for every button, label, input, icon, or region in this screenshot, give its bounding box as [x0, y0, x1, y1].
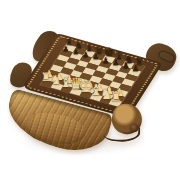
board-group: [0, 0, 180, 180]
hinge-hook: [103, 125, 140, 143]
chess-set-photo: ♜♞♝♛♚♝♞♜♟♟♟♟♟♟♟♟♟♟♟♟♟♟♟♟♜♞♝♛♚♝♞♜: [0, 0, 180, 180]
